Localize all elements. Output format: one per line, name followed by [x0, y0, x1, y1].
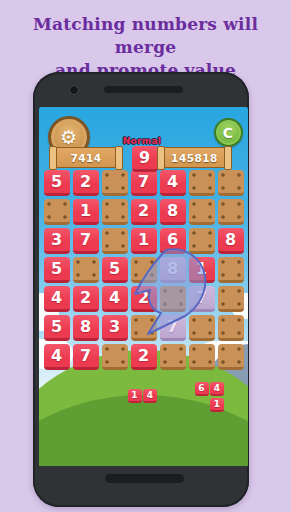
wood-block	[160, 344, 186, 370]
banner-roll	[157, 146, 165, 170]
wood-block	[189, 344, 215, 370]
piece-tile[interactable]: 6	[195, 382, 209, 396]
number-tile[interactable]: 5	[44, 315, 70, 341]
number-tile[interactable]: 2	[73, 286, 99, 312]
score-banner-right: 145818	[158, 147, 232, 168]
number-tile[interactable]: 5	[44, 170, 70, 196]
number-tile[interactable]: 8	[73, 315, 99, 341]
wood-block	[73, 257, 99, 283]
mode-label: Normal	[39, 136, 246, 146]
number-tile[interactable]: 7	[73, 344, 99, 370]
wood-block	[189, 170, 215, 196]
piece-tile[interactable]: 4	[210, 382, 224, 396]
number-tile[interactable]: 1	[131, 228, 157, 254]
banner-roll	[115, 146, 123, 170]
bottom-speaker	[105, 474, 184, 483]
number-tile[interactable]: 2	[131, 286, 157, 312]
banner-roll	[49, 146, 57, 170]
score-left-value: 7414	[70, 152, 101, 164]
front-camera-icon	[69, 85, 79, 95]
number-tile[interactable]: 4	[102, 286, 128, 312]
number-tile[interactable]: 4	[160, 170, 186, 196]
number-tile[interactable]: 3	[102, 315, 128, 341]
current-number-value: 9	[139, 148, 150, 167]
number-tile[interactable]: 4	[44, 344, 70, 370]
current-number-tile: 9	[132, 146, 158, 172]
number-tile[interactable]: 7	[131, 170, 157, 196]
score-right-value: 145818	[171, 152, 218, 164]
piece-tile[interactable]: 4	[143, 389, 157, 403]
wood-block	[189, 199, 215, 225]
wood-block	[218, 199, 244, 225]
piece-tile[interactable]: 1	[210, 398, 224, 412]
wood-block	[218, 257, 244, 283]
piece-tile[interactable]: 1	[128, 389, 142, 403]
number-tile[interactable]: 7	[73, 228, 99, 254]
earpiece-speaker	[104, 86, 183, 93]
phone-frame: 5274128371685581424275837472 ⚙ C Normal …	[33, 72, 249, 507]
banner-roll	[224, 146, 232, 170]
number-tile[interactable]: 4	[44, 286, 70, 312]
number-tile[interactable]: 2	[73, 170, 99, 196]
wood-block	[102, 344, 128, 370]
merge-preview-tile: 7	[160, 315, 186, 341]
number-tile[interactable]: 2	[131, 344, 157, 370]
wood-block	[44, 199, 70, 225]
piece-1[interactable]: 14	[128, 389, 158, 403]
wood-block	[102, 199, 128, 225]
number-tile[interactable]: 8	[160, 199, 186, 225]
number-tile[interactable]: 1	[189, 257, 215, 283]
hill-base	[39, 437, 248, 466]
wood-block	[189, 315, 215, 341]
number-tile[interactable]: 6	[160, 228, 186, 254]
game-screen: 5274128371685581424275837472 ⚙ C Normal …	[39, 107, 248, 466]
number-tile[interactable]: 5	[102, 257, 128, 283]
score-banner-left: 7414	[50, 147, 123, 168]
wood-block	[189, 228, 215, 254]
number-tile[interactable]: 5	[44, 257, 70, 283]
wood-block	[160, 286, 186, 312]
number-tile[interactable]: 1	[73, 199, 99, 225]
number-tile[interactable]: 2	[131, 199, 157, 225]
piece-2[interactable]: 641	[195, 382, 225, 412]
page-background: Matching numbers will merge and promote …	[0, 0, 291, 512]
number-tile[interactable]: 3	[44, 228, 70, 254]
wood-block	[131, 257, 157, 283]
wood-block	[218, 170, 244, 196]
wood-block	[131, 315, 157, 341]
wood-block	[102, 228, 128, 254]
merge-preview-tile: 8	[160, 257, 186, 283]
wood-block	[218, 344, 244, 370]
wood-block	[218, 286, 244, 312]
merge-preview-tile: 7	[189, 286, 215, 312]
page-title-line1: Matching numbers will merge	[0, 13, 291, 59]
board: 5274128371685581424275837472	[44, 170, 244, 370]
wood-block	[218, 315, 244, 341]
number-tile[interactable]: 8	[218, 228, 244, 254]
wood-block	[102, 170, 128, 196]
